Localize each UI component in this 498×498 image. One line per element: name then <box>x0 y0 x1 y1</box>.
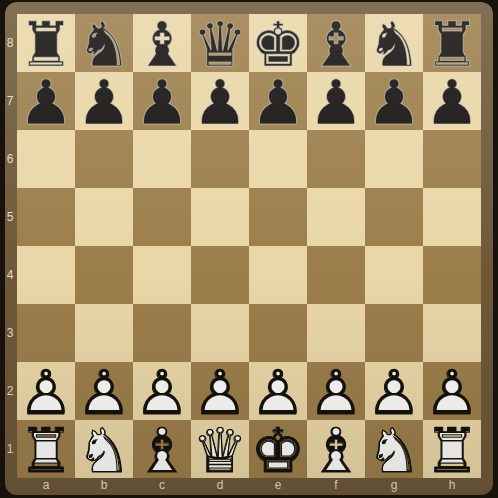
piece-white-bishop[interactable]: ♝♗ <box>307 420 365 478</box>
white-piece-outline: ♔ <box>249 422 307 480</box>
piece-black-bishop[interactable]: ♝ <box>307 14 365 72</box>
rank-label-5: 5 <box>5 188 16 246</box>
black-piece-glyph: ♟ <box>365 74 423 132</box>
black-piece-glyph: ♟ <box>191 74 249 132</box>
piece-white-knight[interactable]: ♞♘ <box>75 420 133 478</box>
square-c1[interactable]: ♝♗ <box>133 420 191 478</box>
black-piece-glyph: ♟ <box>17 74 75 132</box>
piece-black-pawn[interactable]: ♟ <box>17 72 75 130</box>
piece-white-rook[interactable]: ♜♖ <box>17 420 75 478</box>
square-g4[interactable] <box>365 246 423 304</box>
square-e5[interactable] <box>249 188 307 246</box>
file-label-d: d <box>191 478 249 495</box>
square-c5[interactable] <box>133 188 191 246</box>
piece-black-pawn[interactable]: ♟ <box>423 72 481 130</box>
file-labels: abcdefgh <box>17 478 481 495</box>
piece-white-pawn[interactable]: ♟♙ <box>365 362 423 420</box>
rank-label-3: 3 <box>5 304 16 362</box>
file-label-e: e <box>249 478 307 495</box>
square-e8[interactable]: ♚ <box>249 14 307 72</box>
piece-black-pawn[interactable]: ♟ <box>191 72 249 130</box>
square-e7[interactable]: ♟ <box>249 72 307 130</box>
piece-white-pawn[interactable]: ♟♙ <box>75 362 133 420</box>
square-g8[interactable]: ♞ <box>365 14 423 72</box>
piece-black-pawn[interactable]: ♟ <box>249 72 307 130</box>
piece-white-king[interactable]: ♚♔ <box>249 420 307 478</box>
piece-white-pawn[interactable]: ♟♙ <box>133 362 191 420</box>
square-h3[interactable] <box>423 304 481 362</box>
black-piece-glyph: ♟ <box>307 74 365 132</box>
square-b5[interactable] <box>75 188 133 246</box>
square-a4[interactable] <box>17 246 75 304</box>
square-c2[interactable]: ♟♙ <box>133 362 191 420</box>
piece-black-knight[interactable]: ♞ <box>365 14 423 72</box>
piece-white-bishop[interactable]: ♝♗ <box>133 420 191 478</box>
black-piece-glyph: ♟ <box>75 74 133 132</box>
square-a6[interactable] <box>17 130 75 188</box>
square-h8[interactable]: ♜ <box>423 14 481 72</box>
square-h5[interactable] <box>423 188 481 246</box>
piece-black-pawn[interactable]: ♟ <box>133 72 191 130</box>
square-f1[interactable]: ♝♗ <box>307 420 365 478</box>
square-d8[interactable]: ♛ <box>191 14 249 72</box>
rank-label-1: 1 <box>5 420 16 478</box>
square-d1[interactable]: ♛♕ <box>191 420 249 478</box>
piece-white-pawn[interactable]: ♟♙ <box>17 362 75 420</box>
piece-black-rook[interactable]: ♜ <box>423 14 481 72</box>
chess-board: ♜♞♝♛♚♝♞♜♟♟♟♟♟♟♟♟♟♙♟♙♟♙♟♙♟♙♟♙♟♙♟♙♜♖♞♘♝♗♛♕… <box>17 14 481 478</box>
square-h1[interactable]: ♜♖ <box>423 420 481 478</box>
file-label-c: c <box>133 478 191 495</box>
white-piece-outline: ♖ <box>423 422 481 480</box>
square-e3[interactable] <box>249 304 307 362</box>
rank-label-7: 7 <box>5 72 16 130</box>
white-piece-outline: ♗ <box>133 422 191 480</box>
piece-black-bishop[interactable]: ♝ <box>133 14 191 72</box>
square-b1[interactable]: ♞♘ <box>75 420 133 478</box>
piece-black-pawn[interactable]: ♟ <box>365 72 423 130</box>
square-a7[interactable]: ♟ <box>17 72 75 130</box>
square-c3[interactable] <box>133 304 191 362</box>
square-d6[interactable] <box>191 130 249 188</box>
file-label-a: a <box>17 478 75 495</box>
piece-white-knight[interactable]: ♞♘ <box>365 420 423 478</box>
square-f6[interactable] <box>307 130 365 188</box>
square-h7[interactable]: ♟ <box>423 72 481 130</box>
square-g6[interactable] <box>365 130 423 188</box>
piece-black-rook[interactable]: ♜ <box>17 14 75 72</box>
piece-black-pawn[interactable]: ♟ <box>75 72 133 130</box>
piece-white-pawn[interactable]: ♟♙ <box>307 362 365 420</box>
square-b8[interactable]: ♞ <box>75 14 133 72</box>
square-h2[interactable]: ♟♙ <box>423 362 481 420</box>
file-label-g: g <box>365 478 423 495</box>
square-b2[interactable]: ♟♙ <box>75 362 133 420</box>
square-e4[interactable] <box>249 246 307 304</box>
white-piece-outline: ♖ <box>17 422 75 480</box>
square-h4[interactable] <box>423 246 481 304</box>
chess-app: ♜♞♝♛♚♝♞♜♟♟♟♟♟♟♟♟♟♙♟♙♟♙♟♙♟♙♟♙♟♙♟♙♜♖♞♘♝♗♛♕… <box>0 0 498 498</box>
square-c4[interactable] <box>133 246 191 304</box>
piece-white-rook[interactable]: ♜♖ <box>423 420 481 478</box>
square-g7[interactable]: ♟ <box>365 72 423 130</box>
square-h6[interactable] <box>423 130 481 188</box>
rank-label-6: 6 <box>5 130 16 188</box>
square-a5[interactable] <box>17 188 75 246</box>
square-d2[interactable]: ♟♙ <box>191 362 249 420</box>
rank-label-2: 2 <box>5 362 16 420</box>
square-f7[interactable]: ♟ <box>307 72 365 130</box>
piece-black-queen[interactable]: ♛ <box>191 14 249 72</box>
rank-labels: 87654321 <box>5 14 17 478</box>
square-f8[interactable]: ♝ <box>307 14 365 72</box>
white-piece-outline: ♘ <box>75 422 133 480</box>
square-d5[interactable] <box>191 188 249 246</box>
square-g5[interactable] <box>365 188 423 246</box>
square-g3[interactable] <box>365 304 423 362</box>
square-b4[interactable] <box>75 246 133 304</box>
square-d3[interactable] <box>191 304 249 362</box>
square-c8[interactable]: ♝ <box>133 14 191 72</box>
piece-white-pawn[interactable]: ♟♙ <box>249 362 307 420</box>
square-g1[interactable]: ♞♘ <box>365 420 423 478</box>
piece-white-pawn[interactable]: ♟♙ <box>423 362 481 420</box>
rank-label-4: 4 <box>5 246 16 304</box>
black-piece-glyph: ♟ <box>133 74 191 132</box>
square-d4[interactable] <box>191 246 249 304</box>
file-label-b: b <box>75 478 133 495</box>
square-f4[interactable] <box>307 246 365 304</box>
white-piece-outline: ♕ <box>191 422 249 480</box>
square-c6[interactable] <box>133 130 191 188</box>
square-d7[interactable]: ♟ <box>191 72 249 130</box>
file-label-h: h <box>423 478 481 495</box>
square-a2[interactable]: ♟♙ <box>17 362 75 420</box>
square-e6[interactable] <box>249 130 307 188</box>
square-a8[interactable]: ♜ <box>17 14 75 72</box>
square-f3[interactable] <box>307 304 365 362</box>
square-b6[interactable] <box>75 130 133 188</box>
square-e2[interactable]: ♟♙ <box>249 362 307 420</box>
file-label-f: f <box>307 478 365 495</box>
square-b7[interactable]: ♟ <box>75 72 133 130</box>
piece-black-knight[interactable]: ♞ <box>75 14 133 72</box>
square-f5[interactable] <box>307 188 365 246</box>
piece-white-pawn[interactable]: ♟♙ <box>191 362 249 420</box>
square-b3[interactable] <box>75 304 133 362</box>
black-piece-glyph: ♟ <box>423 74 481 132</box>
square-g2[interactable]: ♟♙ <box>365 362 423 420</box>
square-a1[interactable]: ♜♖ <box>17 420 75 478</box>
black-piece-glyph: ♟ <box>249 74 307 132</box>
piece-black-king[interactable]: ♚ <box>249 14 307 72</box>
board-frame: ♜♞♝♛♚♝♞♜♟♟♟♟♟♟♟♟♟♙♟♙♟♙♟♙♟♙♟♙♟♙♟♙♜♖♞♘♝♗♛♕… <box>5 2 493 495</box>
square-a3[interactable] <box>17 304 75 362</box>
white-piece-outline: ♘ <box>365 422 423 480</box>
square-f2[interactable]: ♟♙ <box>307 362 365 420</box>
square-e1[interactable]: ♚♔ <box>249 420 307 478</box>
white-piece-outline: ♗ <box>307 422 365 480</box>
rank-label-8: 8 <box>5 14 16 72</box>
piece-black-pawn[interactable]: ♟ <box>307 72 365 130</box>
piece-white-queen[interactable]: ♛♕ <box>191 420 249 478</box>
square-c7[interactable]: ♟ <box>133 72 191 130</box>
